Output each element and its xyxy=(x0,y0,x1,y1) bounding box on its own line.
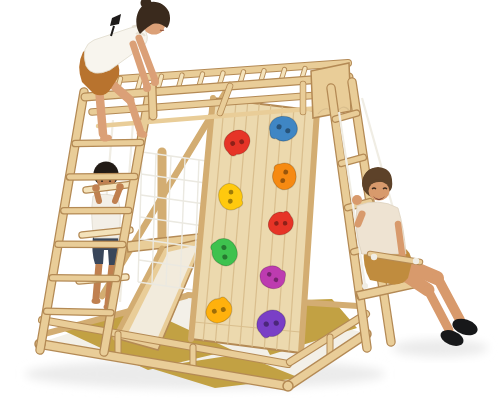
boy-on-swing xyxy=(352,167,480,349)
boy2-fist xyxy=(352,195,362,205)
boy1-foot xyxy=(92,298,101,304)
girl-hand xyxy=(143,84,151,92)
jungle-gym-scene xyxy=(0,0,500,400)
girl-bow xyxy=(110,14,121,26)
boy2-face xyxy=(369,182,390,201)
product-photo xyxy=(0,0,500,400)
boy1-hand xyxy=(92,184,100,192)
girl-hand xyxy=(151,78,159,86)
boy1-shorts xyxy=(92,236,118,265)
boy1-hand xyxy=(116,183,124,191)
climbing-wall xyxy=(191,98,317,353)
